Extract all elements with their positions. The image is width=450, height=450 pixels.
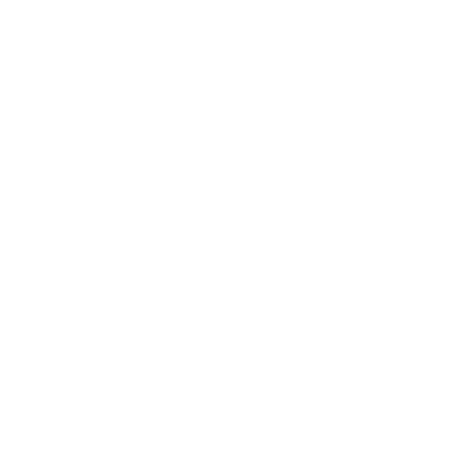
product-photo <box>0 0 450 450</box>
gold-4gang-frame-illustration <box>0 0 450 450</box>
